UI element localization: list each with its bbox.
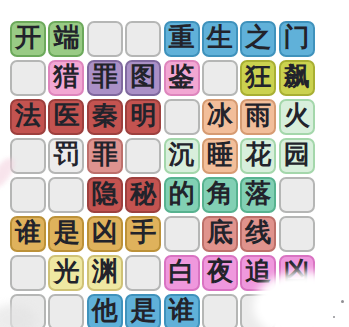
tile-character: 火 xyxy=(284,103,310,129)
tile-落-r5c7[interactable]: 落 xyxy=(240,177,276,213)
empty-slot-r5c8 xyxy=(279,177,315,213)
tile-character: 医 xyxy=(53,103,79,129)
empty-slot-r7c1 xyxy=(10,255,46,291)
tile-character: 睡 xyxy=(207,142,233,168)
tile-谁-r8c5[interactable]: 谁 xyxy=(164,294,200,327)
tile-门-r1c8[interactable]: 门 xyxy=(279,21,315,57)
tile-character: 渊 xyxy=(92,259,118,285)
tile-character: 法 xyxy=(15,103,41,129)
tile-明-r3c4[interactable]: 明 xyxy=(125,99,161,135)
tile-character: 凶 xyxy=(92,220,118,246)
tile-character: 雨 xyxy=(245,103,271,129)
tile-character: 明 xyxy=(130,103,156,129)
tile-character: 是 xyxy=(53,220,79,246)
tile-医-r3c2[interactable]: 医 xyxy=(48,99,84,135)
tile-秦-r3c3[interactable]: 秦 xyxy=(87,99,123,135)
tile-角-r5c6[interactable]: 角 xyxy=(202,177,238,213)
tile-端-r1c2[interactable]: 端 xyxy=(48,21,84,57)
tile-character: 鉴 xyxy=(169,64,195,90)
tile-character: 生 xyxy=(207,25,233,51)
tile-character: 秦 xyxy=(92,103,118,129)
tile-花-r4c7[interactable]: 花 xyxy=(240,138,276,174)
tile-character: 开 xyxy=(15,25,41,51)
empty-slot-r2c6 xyxy=(202,60,238,96)
empty-slot-r5c1 xyxy=(10,177,46,213)
tile-法-r3c1[interactable]: 法 xyxy=(10,99,46,135)
tile-鉴-r2c5[interactable]: 鉴 xyxy=(164,60,200,96)
empty-slot-r3c5 xyxy=(164,99,200,135)
tile-猎-r2c2[interactable]: 猎 xyxy=(48,60,84,96)
puzzle-board: 开端重生之门猎罪图鉴狂飙法医秦明冰雨火罚罪沉睡花园隐秘的角落谁是凶手底线光渊白夜… xyxy=(10,21,315,327)
empty-slot-r2c1 xyxy=(10,60,46,96)
empty-slot-r6c5 xyxy=(164,216,200,252)
dust-speck xyxy=(333,316,335,318)
tile-character: 园 xyxy=(284,142,310,168)
tile-夜-r7c6[interactable]: 夜 xyxy=(202,255,238,291)
tile-园-r4c8[interactable]: 园 xyxy=(279,138,315,174)
tile-是-r6c2[interactable]: 是 xyxy=(48,216,84,252)
tile-火-r3c8[interactable]: 火 xyxy=(279,99,315,135)
tile-character: 线 xyxy=(245,220,271,246)
empty-slot-r6c8 xyxy=(279,216,315,252)
tile-character: 谁 xyxy=(169,298,195,324)
tile-谁-r6c1[interactable]: 谁 xyxy=(10,216,46,252)
tile-秘-r5c4[interactable]: 秘 xyxy=(125,177,161,213)
empty-slot-r4c4 xyxy=(125,138,161,174)
tile-是-r8c4[interactable]: 是 xyxy=(125,294,161,327)
tile-飙-r2c8[interactable]: 飙 xyxy=(279,60,315,96)
tile-图-r2c4[interactable]: 图 xyxy=(125,60,161,96)
tile-character: 底 xyxy=(207,220,233,246)
tile-隐-r5c3[interactable]: 隐 xyxy=(87,177,123,213)
tile-生-r1c6[interactable]: 生 xyxy=(202,21,238,57)
tile-character: 他 xyxy=(92,298,118,324)
tile-罪-r4c3[interactable]: 罪 xyxy=(87,138,123,174)
empty-slot-r1c4 xyxy=(125,21,161,57)
tile-狂-r2c7[interactable]: 狂 xyxy=(240,60,276,96)
empty-slot-r7c4 xyxy=(125,255,161,291)
tile-的-r5c5[interactable]: 的 xyxy=(164,177,200,213)
tile-character: 秘 xyxy=(130,181,156,207)
tile-character: 隐 xyxy=(92,181,118,207)
tile-character: 白 xyxy=(169,259,195,285)
tile-底-r6c6[interactable]: 底 xyxy=(202,216,238,252)
tile-character: 门 xyxy=(284,25,310,51)
tile-character: 冰 xyxy=(207,103,233,129)
tile-character: 罪 xyxy=(92,142,118,168)
tile-character: 花 xyxy=(245,142,271,168)
tile-渊-r7c3[interactable]: 渊 xyxy=(87,255,123,291)
game-screen: 开端重生之门猎罪图鉴狂飙法医秦明冰雨火罚罪沉睡花园隐秘的角落谁是凶手底线光渊白夜… xyxy=(0,0,349,327)
tile-character: 沉 xyxy=(169,142,195,168)
tile-白-r7c5[interactable]: 白 xyxy=(164,255,200,291)
empty-slot-r4c1 xyxy=(10,138,46,174)
tile-线-r6c7[interactable]: 线 xyxy=(240,216,276,252)
tile-罪-r2c3[interactable]: 罪 xyxy=(87,60,123,96)
tile-character: 谁 xyxy=(15,220,41,246)
tile-之-r1c7[interactable]: 之 xyxy=(240,21,276,57)
tile-character: 端 xyxy=(53,25,79,51)
tile-character: 狂 xyxy=(245,64,271,90)
empty-slot-r5c2 xyxy=(48,177,84,213)
tile-character: 罪 xyxy=(92,64,118,90)
tile-character: 的 xyxy=(169,181,195,207)
empty-slot-r1c3 xyxy=(87,21,123,57)
tile-character: 落 xyxy=(245,181,271,207)
tile-character: 追 xyxy=(245,259,271,285)
tile-凶-r6c3[interactable]: 凶 xyxy=(87,216,123,252)
tile-他-r8c3[interactable]: 他 xyxy=(87,294,123,327)
tile-character: 夜 xyxy=(207,259,233,285)
tile-雨-r3c7[interactable]: 雨 xyxy=(240,99,276,135)
tile-character: 图 xyxy=(130,64,156,90)
tile-character: 飙 xyxy=(284,64,310,90)
tile-沉-r4c5[interactable]: 沉 xyxy=(164,138,200,174)
tile-character: 是 xyxy=(130,298,156,324)
dust-speck xyxy=(341,300,344,303)
tile-character: 角 xyxy=(207,181,233,207)
tile-光-r7c2[interactable]: 光 xyxy=(48,255,84,291)
tile-罚-r4c2[interactable]: 罚 xyxy=(48,138,84,174)
tile-重-r1c5[interactable]: 重 xyxy=(164,21,200,57)
tile-character: 光 xyxy=(53,259,79,285)
tile-character: 之 xyxy=(245,25,271,51)
tile-character: 重 xyxy=(169,25,195,51)
tile-character: 猎 xyxy=(53,64,79,90)
tile-开-r1c1[interactable]: 开 xyxy=(10,21,46,57)
tile-手-r6c4[interactable]: 手 xyxy=(125,216,161,252)
tile-睡-r4c6[interactable]: 睡 xyxy=(202,138,238,174)
tile-冰-r3c6[interactable]: 冰 xyxy=(202,99,238,135)
tile-character: 手 xyxy=(130,220,156,246)
empty-slot-r8c6 xyxy=(202,294,238,327)
tile-character: 罚 xyxy=(53,142,79,168)
empty-slot-r8c2 xyxy=(48,294,84,327)
